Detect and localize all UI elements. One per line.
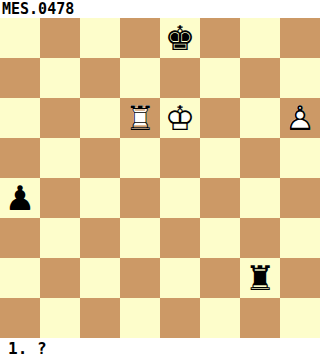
square-g7[interactable] (240, 58, 280, 98)
white-pawn-piece[interactable]: ♟♙ (280, 98, 320, 138)
square-e6[interactable]: ♚♔ (160, 98, 200, 138)
square-d1[interactable] (120, 298, 160, 338)
square-b3[interactable] (40, 218, 80, 258)
square-d8[interactable] (120, 18, 160, 58)
square-c1[interactable] (80, 298, 120, 338)
chess-diagram-page: MES.0478 ♚♜♖♚♔♟♙♟♜ 1. ? (0, 0, 320, 360)
square-c7[interactable] (80, 58, 120, 98)
square-e2[interactable] (160, 258, 200, 298)
square-c5[interactable] (80, 138, 120, 178)
square-d7[interactable] (120, 58, 160, 98)
square-d6[interactable]: ♜♖ (120, 98, 160, 138)
square-b7[interactable] (40, 58, 80, 98)
square-f3[interactable] (200, 218, 240, 258)
square-d3[interactable] (120, 218, 160, 258)
white-king-piece[interactable]: ♚♔ (160, 98, 200, 138)
black-king-piece[interactable]: ♚ (160, 18, 200, 58)
square-g4[interactable] (240, 178, 280, 218)
square-g8[interactable] (240, 18, 280, 58)
square-a5[interactable] (0, 138, 40, 178)
piece-outline-layer: ♙ (280, 98, 320, 138)
square-a1[interactable] (0, 298, 40, 338)
square-h1[interactable] (280, 298, 320, 338)
square-f2[interactable] (200, 258, 240, 298)
square-e1[interactable] (160, 298, 200, 338)
piece-outline-layer: ♖ (120, 98, 160, 138)
square-b6[interactable] (40, 98, 80, 138)
square-g2[interactable]: ♜ (240, 258, 280, 298)
square-h5[interactable] (280, 138, 320, 178)
square-b8[interactable] (40, 18, 80, 58)
square-a3[interactable] (0, 218, 40, 258)
square-h8[interactable] (280, 18, 320, 58)
square-h4[interactable] (280, 178, 320, 218)
chess-board: ♚♜♖♚♔♟♙♟♜ (0, 18, 320, 338)
square-a6[interactable] (0, 98, 40, 138)
square-a8[interactable] (0, 18, 40, 58)
square-a2[interactable] (0, 258, 40, 298)
square-c8[interactable] (80, 18, 120, 58)
square-g6[interactable] (240, 98, 280, 138)
square-f4[interactable] (200, 178, 240, 218)
square-d4[interactable] (120, 178, 160, 218)
square-h2[interactable] (280, 258, 320, 298)
square-h7[interactable] (280, 58, 320, 98)
square-f8[interactable] (200, 18, 240, 58)
square-b1[interactable] (40, 298, 80, 338)
diagram-title: MES.0478 (0, 0, 320, 18)
square-e5[interactable] (160, 138, 200, 178)
square-b5[interactable] (40, 138, 80, 178)
square-a4[interactable]: ♟ (0, 178, 40, 218)
square-g3[interactable] (240, 218, 280, 258)
square-a7[interactable] (0, 58, 40, 98)
square-e7[interactable] (160, 58, 200, 98)
piece-outline-layer: ♔ (160, 98, 200, 138)
square-b4[interactable] (40, 178, 80, 218)
white-rook-piece[interactable]: ♜♖ (120, 98, 160, 138)
move-prompt: 1. ? (0, 338, 320, 360)
square-c3[interactable] (80, 218, 120, 258)
square-g1[interactable] (240, 298, 280, 338)
square-e4[interactable] (160, 178, 200, 218)
square-e3[interactable] (160, 218, 200, 258)
square-b2[interactable] (40, 258, 80, 298)
square-h6[interactable]: ♟♙ (280, 98, 320, 138)
square-f7[interactable] (200, 58, 240, 98)
square-c2[interactable] (80, 258, 120, 298)
square-f5[interactable] (200, 138, 240, 178)
square-d5[interactable] (120, 138, 160, 178)
square-f1[interactable] (200, 298, 240, 338)
square-d2[interactable] (120, 258, 160, 298)
black-rook-piece[interactable]: ♜ (240, 258, 280, 298)
square-c4[interactable] (80, 178, 120, 218)
square-f6[interactable] (200, 98, 240, 138)
square-h3[interactable] (280, 218, 320, 258)
square-e8[interactable]: ♚ (160, 18, 200, 58)
square-g5[interactable] (240, 138, 280, 178)
black-pawn-piece[interactable]: ♟ (0, 178, 40, 218)
square-c6[interactable] (80, 98, 120, 138)
